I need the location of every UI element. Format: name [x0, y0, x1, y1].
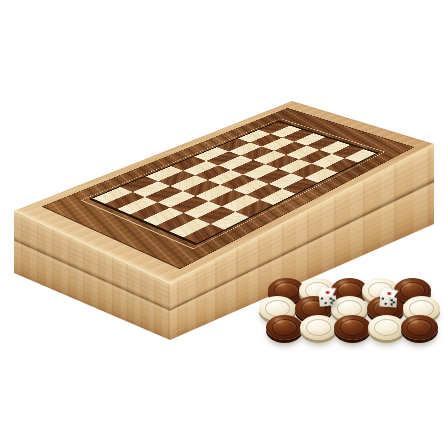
checker-dark [266, 315, 303, 340]
product-photo [0, 0, 448, 448]
die [317, 286, 338, 308]
die-side-face [328, 295, 337, 306]
checker-ivory [300, 315, 337, 340]
die-side-face [388, 297, 397, 308]
checker-dark [334, 315, 371, 340]
checker-ivory [368, 315, 405, 340]
die [378, 287, 398, 308]
checker-dark [401, 315, 438, 340]
